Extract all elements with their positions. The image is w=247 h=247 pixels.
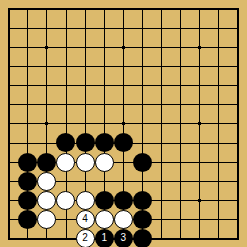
intersection-c12-r13[interactable] [209,229,228,247]
intersection-c3-r2[interactable] [37,19,56,38]
intersection-c5-r12[interactable]: 4 [76,210,95,229]
intersection-c3-r8[interactable] [37,133,56,152]
intersection-c4-r3[interactable] [56,38,75,57]
intersection-c1-r5[interactable] [0,76,18,95]
intersection-c8-r10[interactable] [133,172,152,191]
black-stone [133,191,152,210]
intersection-c8-r9[interactable] [133,153,152,172]
intersection-c8-r1[interactable] [133,0,152,19]
intersection-c3-r13[interactable] [37,229,56,247]
intersection-c5-r7[interactable] [76,114,95,133]
intersection-c11-r8[interactable] [190,133,209,152]
intersection-c8-r13[interactable] [133,229,152,247]
intersection-c8-r2[interactable] [133,19,152,38]
black-stone [18,210,37,229]
intersection-c12-r2[interactable] [209,19,228,38]
intersection-c5-r5[interactable] [76,76,95,95]
intersection-c2-r9[interactable] [18,153,37,172]
intersection-c8-r8[interactable] [133,133,152,152]
intersection-c7-r1[interactable] [114,0,133,19]
intersection-c3-r3[interactable] [37,38,56,57]
intersection-c2-r8[interactable] [18,133,37,152]
intersection-c9-r10[interactable] [152,172,171,191]
white-stone [95,153,114,172]
intersection-c11-r12[interactable] [190,210,209,229]
white-stone [76,153,95,172]
intersection-c4-r8[interactable] [56,133,75,152]
white-stone [37,191,56,210]
intersection-c11-r1[interactable] [190,0,209,19]
intersection-c11-r11[interactable] [190,191,209,210]
intersection-c2-r11[interactable] [18,191,37,210]
intersection-c10-r3[interactable] [171,38,190,57]
intersection-c10-r12[interactable] [171,210,190,229]
intersection-c8-r6[interactable] [133,95,152,114]
intersection-c6-r12[interactable] [95,210,114,229]
intersection-c6-r6[interactable] [95,95,114,114]
intersection-c1-r7[interactable] [0,114,18,133]
intersection-c1-r3[interactable] [0,38,18,57]
intersection-c6-r1[interactable] [95,0,114,19]
intersection-c7-r5[interactable] [114,76,133,95]
intersection-c13-r10[interactable] [228,172,247,191]
intersection-c12-r5[interactable] [209,76,228,95]
intersection-c13-r13[interactable] [228,229,247,247]
intersection-c13-r4[interactable] [228,57,247,76]
intersection-c8-r11[interactable] [133,191,152,210]
intersection-c11-r9[interactable] [190,153,209,172]
intersection-c1-r9[interactable] [0,153,18,172]
intersection-c8-r12[interactable] [133,210,152,229]
intersection-c4-r13[interactable] [56,229,75,247]
intersection-c9-r12[interactable] [152,210,171,229]
board-grid: 4213 [0,0,247,247]
intersection-c1-r10[interactable] [0,172,18,191]
intersection-c7-r9[interactable] [114,153,133,172]
intersection-c9-r13[interactable] [152,229,171,247]
intersection-c12-r3[interactable] [209,38,228,57]
intersection-c8-r5[interactable] [133,76,152,95]
intersection-c6-r3[interactable] [95,38,114,57]
intersection-c10-r7[interactable] [171,114,190,133]
intersection-c7-r8[interactable] [114,133,133,152]
intersection-c4-r2[interactable] [56,19,75,38]
black-stone-move-3: 3 [114,229,133,247]
intersection-c9-r9[interactable] [152,153,171,172]
intersection-c8-r4[interactable] [133,57,152,76]
white-stone [56,191,75,210]
intersection-c9-r1[interactable] [152,0,171,19]
intersection-c10-r5[interactable] [171,76,190,95]
intersection-c5-r9[interactable] [76,153,95,172]
intersection-c2-r4[interactable] [18,57,37,76]
black-stone [95,133,114,152]
white-stone [37,172,56,191]
intersection-c13-r11[interactable] [228,191,247,210]
black-stone [18,153,37,172]
intersection-c10-r8[interactable] [171,133,190,152]
white-stone-move-4: 4 [76,210,95,229]
intersection-c13-r9[interactable] [228,153,247,172]
intersection-c6-r13[interactable]: 1 [95,229,114,247]
intersection-c6-r2[interactable] [95,19,114,38]
intersection-c5-r3[interactable] [76,38,95,57]
black-stone [133,210,152,229]
intersection-c9-r3[interactable] [152,38,171,57]
intersection-c11-r3[interactable] [190,38,209,57]
intersection-c12-r4[interactable] [209,57,228,76]
intersection-c5-r2[interactable] [76,19,95,38]
white-stone [37,210,56,229]
intersection-c1-r2[interactable] [0,19,18,38]
intersection-c5-r1[interactable] [76,0,95,19]
intersection-c9-r4[interactable] [152,57,171,76]
intersection-c11-r6[interactable] [190,95,209,114]
intersection-c7-r10[interactable] [114,172,133,191]
intersection-c2-r12[interactable] [18,210,37,229]
intersection-c6-r5[interactable] [95,76,114,95]
intersection-c6-r7[interactable] [95,114,114,133]
intersection-c13-r12[interactable] [228,210,247,229]
black-stone [133,229,152,247]
intersection-c9-r5[interactable] [152,76,171,95]
intersection-c4-r10[interactable] [56,172,75,191]
intersection-c10-r4[interactable] [171,57,190,76]
intersection-c10-r9[interactable] [171,153,190,172]
intersection-c6-r10[interactable] [95,172,114,191]
intersection-c5-r8[interactable] [76,133,95,152]
intersection-c1-r12[interactable] [0,210,18,229]
intersection-c3-r10[interactable] [37,172,56,191]
go-board: 4213 [0,0,247,247]
intersection-c12-r12[interactable] [209,210,228,229]
intersection-c5-r10[interactable] [76,172,95,191]
intersection-c6-r11[interactable] [95,191,114,210]
intersection-c10-r13[interactable] [171,229,190,247]
black-stone [56,133,75,152]
intersection-c8-r3[interactable] [133,38,152,57]
intersection-c7-r11[interactable] [114,191,133,210]
intersection-c1-r1[interactable] [0,0,18,19]
intersection-c11-r7[interactable] [190,114,209,133]
intersection-c2-r2[interactable] [18,19,37,38]
intersection-c7-r4[interactable] [114,57,133,76]
intersection-c2-r6[interactable] [18,95,37,114]
intersection-c11-r4[interactable] [190,57,209,76]
intersection-c4-r7[interactable] [56,114,75,133]
intersection-c13-r5[interactable] [228,76,247,95]
white-stone [95,210,114,229]
intersection-c11-r13[interactable] [190,229,209,247]
intersection-c7-r13[interactable]: 3 [114,229,133,247]
intersection-c10-r1[interactable] [171,0,190,19]
intersection-c9-r7[interactable] [152,114,171,133]
intersection-c4-r1[interactable] [56,0,75,19]
intersection-c1-r13[interactable] [0,229,18,247]
intersection-c4-r9[interactable] [56,153,75,172]
intersection-c10-r10[interactable] [171,172,190,191]
intersection-c1-r8[interactable] [0,133,18,152]
intersection-c2-r5[interactable] [18,76,37,95]
intersection-c7-r3[interactable] [114,38,133,57]
intersection-c2-r1[interactable] [18,0,37,19]
intersection-c7-r2[interactable] [114,19,133,38]
white-stone [56,153,75,172]
white-stone-move-2: 2 [76,229,95,247]
black-stone [114,133,133,152]
intersection-c3-r9[interactable] [37,153,56,172]
intersection-c12-r9[interactable] [209,153,228,172]
intersection-c3-r12[interactable] [37,210,56,229]
black-stone [133,153,152,172]
intersection-c11-r2[interactable] [190,19,209,38]
intersection-c2-r7[interactable] [18,114,37,133]
intersection-c7-r12[interactable] [114,210,133,229]
intersection-c3-r6[interactable] [37,95,56,114]
intersection-c3-r1[interactable] [37,0,56,19]
intersection-c6-r9[interactable] [95,153,114,172]
intersection-c3-r5[interactable] [37,76,56,95]
intersection-c7-r6[interactable] [114,95,133,114]
intersection-c12-r6[interactable] [209,95,228,114]
intersection-c12-r11[interactable] [209,191,228,210]
intersection-c12-r10[interactable] [209,172,228,191]
intersection-c6-r8[interactable] [95,133,114,152]
intersection-c11-r10[interactable] [190,172,209,191]
intersection-c8-r7[interactable] [133,114,152,133]
black-stone [37,153,56,172]
intersection-c13-r7[interactable] [228,114,247,133]
intersection-c5-r4[interactable] [76,57,95,76]
intersection-c12-r1[interactable] [209,0,228,19]
white-stone [114,210,133,229]
intersection-c1-r11[interactable] [0,191,18,210]
intersection-c5-r6[interactable] [76,95,95,114]
intersection-c9-r8[interactable] [152,133,171,152]
intersection-c11-r5[interactable] [190,76,209,95]
white-stone [76,191,95,210]
intersection-c10-r2[interactable] [171,19,190,38]
intersection-c9-r11[interactable] [152,191,171,210]
black-stone [18,172,37,191]
intersection-c13-r2[interactable] [228,19,247,38]
intersection-c2-r3[interactable] [18,38,37,57]
intersection-c13-r6[interactable] [228,95,247,114]
intersection-c5-r13[interactable]: 2 [76,229,95,247]
intersection-c10-r11[interactable] [171,191,190,210]
intersection-c6-r4[interactable] [95,57,114,76]
intersection-c4-r4[interactable] [56,57,75,76]
intersection-c12-r7[interactable] [209,114,228,133]
intersection-c13-r8[interactable] [228,133,247,152]
intersection-c4-r6[interactable] [56,95,75,114]
intersection-c5-r11[interactable] [76,191,95,210]
intersection-c2-r13[interactable] [18,229,37,247]
black-stone [18,191,37,210]
black-stone [114,191,133,210]
black-stone [95,191,114,210]
intersection-c12-r8[interactable] [209,133,228,152]
intersection-c1-r4[interactable] [0,57,18,76]
intersection-c4-r5[interactable] [56,76,75,95]
intersection-c9-r2[interactable] [152,19,171,38]
intersection-c2-r10[interactable] [18,172,37,191]
intersection-c4-r11[interactable] [56,191,75,210]
intersection-c7-r7[interactable] [114,114,133,133]
black-stone [76,133,95,152]
intersection-c9-r6[interactable] [152,95,171,114]
intersection-c4-r12[interactable] [56,210,75,229]
intersection-c3-r4[interactable] [37,57,56,76]
intersection-c10-r6[interactable] [171,95,190,114]
intersection-c13-r1[interactable] [228,0,247,19]
intersection-c13-r3[interactable] [228,38,247,57]
intersection-c1-r6[interactable] [0,95,18,114]
intersection-c3-r7[interactable] [37,114,56,133]
intersection-c3-r11[interactable] [37,191,56,210]
black-stone-move-1: 1 [95,229,114,247]
